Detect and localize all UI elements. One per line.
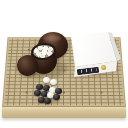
black-go-stone (44, 98, 51, 104)
black-go-stone (36, 84, 43, 90)
black-go-stone (34, 90, 41, 96)
black-go-stone (53, 94, 60, 100)
white-go-stone (50, 79, 57, 85)
board-intersection (117, 101, 124, 105)
white-go-stone (43, 77, 50, 83)
go-board-front-edge (2, 106, 126, 118)
go-set-product-photo (0, 0, 128, 128)
